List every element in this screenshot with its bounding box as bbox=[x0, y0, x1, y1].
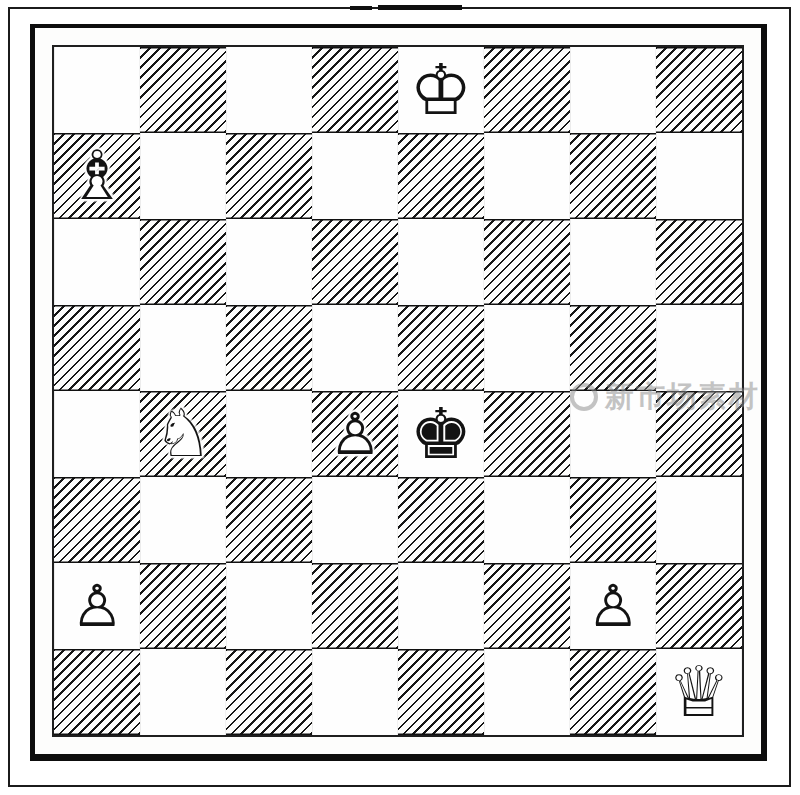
square-f4 bbox=[484, 391, 570, 477]
white-pawn-glyph: ♙ bbox=[570, 563, 656, 649]
square-b1 bbox=[140, 649, 226, 735]
square-b3 bbox=[140, 477, 226, 563]
white-pawn: ♟♙ bbox=[54, 563, 140, 649]
white-pawn-glyph: ♙ bbox=[312, 391, 398, 477]
square-c3 bbox=[226, 477, 312, 563]
square-h5 bbox=[656, 305, 742, 391]
square-h1: ♛♕ bbox=[656, 649, 742, 735]
square-f1 bbox=[484, 649, 570, 735]
square-f6 bbox=[484, 219, 570, 305]
square-b8 bbox=[140, 47, 226, 133]
square-d4: ♟♙ bbox=[312, 391, 398, 477]
square-c7 bbox=[226, 133, 312, 219]
square-a5 bbox=[54, 305, 140, 391]
white-bishop: ♝♗ bbox=[54, 133, 140, 219]
square-e5 bbox=[398, 305, 484, 391]
square-e2 bbox=[398, 563, 484, 649]
square-b5 bbox=[140, 305, 226, 391]
square-e1 bbox=[398, 649, 484, 735]
square-f2 bbox=[484, 563, 570, 649]
white-knight-glyph: ♘ bbox=[140, 391, 226, 477]
white-queen: ♛♕ bbox=[656, 649, 742, 735]
white-pawn: ♟♙ bbox=[312, 391, 398, 477]
square-d7 bbox=[312, 133, 398, 219]
square-g5 bbox=[570, 305, 656, 391]
square-f3 bbox=[484, 477, 570, 563]
square-g1 bbox=[570, 649, 656, 735]
square-a2: ♟♙ bbox=[54, 563, 140, 649]
square-c1 bbox=[226, 649, 312, 735]
black-king-glyph: ♚ bbox=[398, 391, 484, 477]
board-frame: ♚♔♝♗♞♘♟♙♚♚♟♙♟♙♛♕ bbox=[30, 24, 767, 761]
square-b2 bbox=[140, 563, 226, 649]
square-b7 bbox=[140, 133, 226, 219]
square-d1 bbox=[312, 649, 398, 735]
board-inner-frame: ♚♔♝♗♞♘♟♙♚♚♟♙♟♙♛♕ bbox=[52, 45, 744, 737]
square-h4 bbox=[656, 391, 742, 477]
square-c2 bbox=[226, 563, 312, 649]
white-king-glyph: ♔ bbox=[398, 47, 484, 133]
white-bishop-glyph: ♗ bbox=[54, 133, 140, 219]
square-g8 bbox=[570, 47, 656, 133]
square-b4: ♞♘ bbox=[140, 391, 226, 477]
square-b6 bbox=[140, 219, 226, 305]
square-f8 bbox=[484, 47, 570, 133]
chessboard: ♚♔♝♗♞♘♟♙♚♚♟♙♟♙♛♕ bbox=[54, 47, 742, 735]
cropped-caption-fragment bbox=[378, 5, 462, 10]
square-h8 bbox=[656, 47, 742, 133]
square-e4: ♚♚ bbox=[398, 391, 484, 477]
square-a1 bbox=[54, 649, 140, 735]
square-g2: ♟♙ bbox=[570, 563, 656, 649]
cropped-caption-fragment bbox=[350, 6, 372, 10]
square-e6 bbox=[398, 219, 484, 305]
square-c8 bbox=[226, 47, 312, 133]
square-e7 bbox=[398, 133, 484, 219]
white-knight: ♞♘ bbox=[140, 391, 226, 477]
square-g7 bbox=[570, 133, 656, 219]
white-pawn: ♟♙ bbox=[570, 563, 656, 649]
square-g4 bbox=[570, 391, 656, 477]
white-king: ♚♔ bbox=[398, 47, 484, 133]
square-d6 bbox=[312, 219, 398, 305]
square-a6 bbox=[54, 219, 140, 305]
square-d8 bbox=[312, 47, 398, 133]
square-h7 bbox=[656, 133, 742, 219]
square-a7: ♝♗ bbox=[54, 133, 140, 219]
square-f5 bbox=[484, 305, 570, 391]
square-h2 bbox=[656, 563, 742, 649]
square-d2 bbox=[312, 563, 398, 649]
white-queen-glyph: ♕ bbox=[656, 649, 742, 735]
square-a3 bbox=[54, 477, 140, 563]
square-g3 bbox=[570, 477, 656, 563]
square-h3 bbox=[656, 477, 742, 563]
square-a4 bbox=[54, 391, 140, 477]
square-e8: ♚♔ bbox=[398, 47, 484, 133]
square-d5 bbox=[312, 305, 398, 391]
square-c6 bbox=[226, 219, 312, 305]
square-g6 bbox=[570, 219, 656, 305]
square-h6 bbox=[656, 219, 742, 305]
square-c5 bbox=[226, 305, 312, 391]
white-pawn-glyph: ♙ bbox=[54, 563, 140, 649]
black-king: ♚♚ bbox=[398, 391, 484, 477]
square-c4 bbox=[226, 391, 312, 477]
square-d3 bbox=[312, 477, 398, 563]
square-f7 bbox=[484, 133, 570, 219]
square-e3 bbox=[398, 477, 484, 563]
square-a8 bbox=[54, 47, 140, 133]
